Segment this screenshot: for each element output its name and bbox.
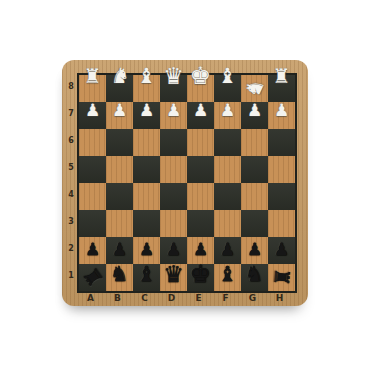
square-c8[interactable]: ♝	[133, 75, 160, 102]
square-g3[interactable]	[241, 210, 268, 237]
square-c1[interactable]: ♝	[133, 264, 160, 291]
rank-label-4: 4	[65, 181, 77, 208]
black-king-e1: ♚	[190, 262, 212, 286]
white-pawn-c7: ♟	[139, 101, 154, 118]
rank-label-5: 5	[65, 154, 77, 181]
white-rook-h8: ♜	[273, 66, 291, 86]
black-pawn-g2: ♟	[247, 240, 262, 257]
square-d7[interactable]: ♟	[160, 102, 187, 129]
square-a2[interactable]: ♟	[79, 237, 106, 264]
square-b7[interactable]: ♟	[106, 102, 133, 129]
square-a5[interactable]	[79, 156, 106, 183]
rank-label-2: 2	[65, 235, 77, 262]
square-h3[interactable]	[268, 210, 295, 237]
chessboard: 87654321 ABCDEFGH ♜♞♝♛♚♝♞♜♟♟♟♟♟♟♟♟♟♟♟♟♟♟…	[62, 60, 308, 306]
white-bishop-f8: ♝	[218, 65, 237, 86]
black-pawn-d2: ♟	[166, 240, 181, 257]
square-d6[interactable]	[160, 129, 187, 156]
square-g8[interactable]: ♞	[241, 75, 268, 102]
square-c5[interactable]	[133, 156, 160, 183]
fallen-black-rook-h1: ♜	[271, 267, 292, 287]
square-b1[interactable]: ♞	[106, 264, 133, 291]
white-king-e8: ♚	[190, 64, 212, 88]
white-pawn-g7: ♟	[247, 101, 262, 118]
square-d3[interactable]	[160, 210, 187, 237]
black-pawn-h2: ♟	[274, 240, 289, 257]
square-a6[interactable]	[79, 129, 106, 156]
square-h7[interactable]: ♟	[268, 102, 295, 129]
black-pawn-c2: ♟	[139, 240, 154, 257]
square-h4[interactable]	[268, 183, 295, 210]
square-d4[interactable]	[160, 183, 187, 210]
square-b3[interactable]	[106, 210, 133, 237]
black-pawn-a2: ♟	[85, 240, 100, 257]
square-b5[interactable]	[106, 156, 133, 183]
square-c2[interactable]: ♟	[133, 237, 160, 264]
black-pawn-f2: ♟	[220, 240, 235, 257]
rank-label-6: 6	[65, 127, 77, 154]
square-f7[interactable]: ♟	[214, 102, 241, 129]
square-a3[interactable]	[79, 210, 106, 237]
white-pawn-h7: ♟	[274, 101, 289, 118]
black-pawn-e2: ♟	[193, 240, 208, 257]
square-c4[interactable]	[133, 183, 160, 210]
square-h8[interactable]: ♜	[268, 75, 295, 102]
photo-background: 87654321 ABCDEFGH ♜♞♝♛♚♝♞♜♟♟♟♟♟♟♟♟♟♟♟♟♟♟…	[0, 0, 370, 370]
rank-label-7: 7	[65, 100, 77, 127]
square-e4[interactable]	[187, 183, 214, 210]
board-grid: ♜♞♝♛♚♝♞♜♟♟♟♟♟♟♟♟♟♟♟♟♟♟♟♟♜♞♝♛♚♝♞♜	[77, 73, 297, 293]
square-f1[interactable]: ♝	[214, 264, 241, 291]
square-h6[interactable]	[268, 129, 295, 156]
square-a1[interactable]: ♜	[79, 264, 106, 291]
fallen-black-rook-a1: ♜	[79, 263, 106, 289]
square-f3[interactable]	[214, 210, 241, 237]
square-g2[interactable]: ♟	[241, 237, 268, 264]
square-f8[interactable]: ♝	[214, 75, 241, 102]
square-e8[interactable]: ♚	[187, 75, 214, 102]
black-bishop-c1: ♝	[137, 263, 156, 284]
square-a4[interactable]	[79, 183, 106, 210]
square-c3[interactable]	[133, 210, 160, 237]
square-h2[interactable]: ♟	[268, 237, 295, 264]
square-b8[interactable]: ♞	[106, 75, 133, 102]
square-f2[interactable]: ♟	[214, 237, 241, 264]
square-d5[interactable]	[160, 156, 187, 183]
white-bishop-c8: ♝	[137, 65, 156, 86]
square-e7[interactable]: ♟	[187, 102, 214, 129]
square-c6[interactable]	[133, 129, 160, 156]
square-g5[interactable]	[241, 156, 268, 183]
black-queen-d1: ♛	[163, 262, 184, 285]
square-e6[interactable]	[187, 129, 214, 156]
square-b6[interactable]	[106, 129, 133, 156]
square-f6[interactable]	[214, 129, 241, 156]
rank-labels: 87654321	[65, 73, 77, 289]
square-e5[interactable]	[187, 156, 214, 183]
white-pawn-b7: ♟	[112, 101, 127, 118]
square-g6[interactable]	[241, 129, 268, 156]
square-f5[interactable]	[214, 156, 241, 183]
white-pawn-a7: ♟	[85, 101, 100, 118]
black-bishop-f1: ♝	[218, 263, 237, 284]
fallen-white-knight-g8: ♞	[241, 75, 268, 101]
square-g7[interactable]: ♟	[241, 102, 268, 129]
black-knight-g1: ♞	[245, 263, 264, 284]
square-d8[interactable]: ♛	[160, 75, 187, 102]
square-g4[interactable]	[241, 183, 268, 210]
white-queen-d8: ♛	[163, 64, 184, 87]
square-g1[interactable]: ♞	[241, 264, 268, 291]
rank-label-8: 8	[65, 73, 77, 100]
black-knight-b1: ♞	[110, 263, 129, 284]
square-a7[interactable]: ♟	[79, 102, 106, 129]
white-pawn-f7: ♟	[220, 101, 235, 118]
white-pawn-e7: ♟	[193, 101, 208, 118]
square-h1[interactable]: ♜	[268, 264, 295, 291]
square-c7[interactable]: ♟	[133, 102, 160, 129]
white-rook-a8: ♜	[84, 66, 102, 86]
square-b4[interactable]	[106, 183, 133, 210]
square-e1[interactable]: ♚	[187, 264, 214, 291]
square-e3[interactable]	[187, 210, 214, 237]
white-knight-b8: ♞	[110, 65, 129, 86]
rank-label-1: 1	[65, 262, 77, 289]
white-pawn-d7: ♟	[166, 101, 181, 118]
square-f4[interactable]	[214, 183, 241, 210]
square-h5[interactable]	[268, 156, 295, 183]
rank-label-3: 3	[65, 208, 77, 235]
square-d1[interactable]: ♛	[160, 264, 187, 291]
black-pawn-b2: ♟	[112, 240, 127, 257]
square-a8[interactable]: ♜	[79, 75, 106, 102]
square-b2[interactable]: ♟	[106, 237, 133, 264]
